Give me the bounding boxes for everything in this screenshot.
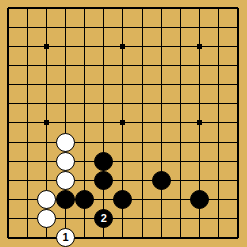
intersection-C11[interactable] bbox=[37, 37, 56, 56]
grid-line-vertical bbox=[103, 113, 104, 132]
intersection-F4[interactable] bbox=[94, 171, 113, 190]
intersection-M2[interactable] bbox=[209, 209, 228, 228]
grid-line-vertical bbox=[103, 37, 104, 56]
intersection-K7[interactable] bbox=[171, 113, 190, 132]
grid-line-vertical bbox=[199, 94, 200, 113]
grid-line-vertical bbox=[46, 228, 47, 238]
grid-line-vertical bbox=[237, 56, 239, 75]
intersection-G9[interactable] bbox=[113, 75, 132, 94]
grid-line-vertical bbox=[142, 8, 143, 18]
intersection-M1[interactable] bbox=[209, 228, 228, 247]
intersection-E9[interactable] bbox=[75, 75, 94, 94]
grid-line-vertical bbox=[122, 228, 123, 238]
black-stone-move-2[interactable]: 2 bbox=[94, 209, 113, 228]
intersection-B3[interactable] bbox=[18, 190, 37, 209]
intersection-J12[interactable] bbox=[152, 18, 171, 37]
intersection-H4[interactable] bbox=[133, 171, 152, 190]
grid-line-vertical bbox=[122, 18, 123, 37]
intersection-D13[interactable] bbox=[56, 0, 75, 18]
grid-line-vertical bbox=[103, 75, 104, 94]
grid-line-vertical bbox=[218, 8, 219, 18]
intersection-B6[interactable] bbox=[18, 133, 37, 152]
black-stone[interactable] bbox=[94, 171, 113, 190]
intersection-E13[interactable] bbox=[75, 0, 94, 18]
grid-line-vertical bbox=[7, 190, 9, 209]
grid-line-vertical bbox=[161, 94, 162, 113]
intersection-L2[interactable] bbox=[190, 209, 209, 228]
intersection-A7[interactable] bbox=[0, 113, 18, 132]
grid-line-vertical bbox=[180, 75, 181, 94]
grid-line-vertical bbox=[27, 209, 28, 228]
grid-line-vertical bbox=[84, 56, 85, 75]
grid-line-vertical bbox=[180, 113, 181, 132]
intersection-L13[interactable] bbox=[190, 0, 209, 18]
intersection-H10[interactable] bbox=[133, 56, 152, 75]
grid-line-vertical bbox=[7, 75, 9, 94]
grid-line-vertical bbox=[7, 152, 9, 171]
grid-line-vertical bbox=[27, 94, 28, 113]
intersection-J10[interactable] bbox=[152, 56, 171, 75]
intersection-D2[interactable] bbox=[56, 209, 75, 228]
intersection-J5[interactable] bbox=[152, 152, 171, 171]
intersection-B2[interactable] bbox=[18, 209, 37, 228]
intersection-A5[interactable] bbox=[0, 152, 18, 171]
black-stone[interactable] bbox=[152, 171, 171, 190]
white-stone-move-1[interactable]: 1 bbox=[56, 228, 75, 247]
intersection-G3[interactable] bbox=[113, 190, 132, 209]
intersection-A2[interactable] bbox=[0, 209, 18, 228]
intersection-L5[interactable] bbox=[190, 152, 209, 171]
intersection-B8[interactable] bbox=[18, 94, 37, 113]
white-stone[interactable] bbox=[56, 133, 75, 152]
intersection-C2[interactable] bbox=[37, 209, 56, 228]
grid-line-vertical bbox=[142, 56, 143, 75]
intersection-K1[interactable] bbox=[171, 228, 190, 247]
intersection-C8[interactable] bbox=[37, 94, 56, 113]
intersection-E10[interactable] bbox=[75, 56, 94, 75]
intersection-H3[interactable] bbox=[133, 190, 152, 209]
white-stone[interactable] bbox=[37, 209, 56, 228]
intersection-F7[interactable] bbox=[94, 113, 113, 132]
intersection-M13[interactable] bbox=[209, 0, 228, 18]
grid-line-vertical bbox=[103, 94, 104, 113]
grid-line-vertical bbox=[27, 228, 28, 238]
grid-line-vertical bbox=[161, 152, 162, 171]
grid-line-vertical bbox=[218, 37, 219, 56]
grid-line-vertical bbox=[199, 8, 200, 18]
grid-line-vertical bbox=[27, 171, 28, 190]
intersection-K12[interactable] bbox=[171, 18, 190, 37]
intersection-H11[interactable] bbox=[133, 37, 152, 56]
intersection-C4[interactable] bbox=[37, 171, 56, 190]
intersection-N4[interactable] bbox=[228, 171, 247, 190]
grid-line-vertical bbox=[27, 152, 28, 171]
intersection-H7[interactable] bbox=[133, 113, 152, 132]
intersection-N13[interactable] bbox=[228, 0, 247, 18]
grid-line-vertical bbox=[65, 113, 66, 132]
intersection-J9[interactable] bbox=[152, 75, 171, 94]
intersection-H6[interactable] bbox=[133, 133, 152, 152]
intersection-E5[interactable] bbox=[75, 152, 94, 171]
intersection-A1[interactable] bbox=[0, 228, 18, 247]
grid-line-vertical bbox=[84, 113, 85, 132]
intersection-M4[interactable] bbox=[209, 171, 228, 190]
intersection-K10[interactable] bbox=[171, 56, 190, 75]
grid-line-vertical bbox=[199, 75, 200, 94]
grid-line-vertical bbox=[199, 228, 200, 238]
intersection-L9[interactable] bbox=[190, 75, 209, 94]
black-stone[interactable] bbox=[94, 152, 113, 171]
grid-line-vertical bbox=[180, 133, 181, 152]
intersection-A11[interactable] bbox=[0, 37, 18, 56]
intersection-F13[interactable] bbox=[94, 0, 113, 18]
intersection-B1[interactable] bbox=[18, 228, 37, 247]
grid-line-horizontal bbox=[8, 237, 18, 239]
intersection-D8[interactable] bbox=[56, 94, 75, 113]
grid-line-vertical bbox=[142, 190, 143, 209]
grid-line-horizontal bbox=[8, 161, 18, 162]
intersection-B7[interactable] bbox=[18, 113, 37, 132]
grid-line-vertical bbox=[161, 190, 162, 209]
intersection-J4[interactable] bbox=[152, 171, 171, 190]
grid-line-vertical bbox=[84, 37, 85, 56]
intersection-M3[interactable] bbox=[209, 190, 228, 209]
grid-line-vertical bbox=[237, 113, 239, 132]
grid-line-vertical bbox=[237, 133, 239, 152]
grid-line-vertical bbox=[46, 18, 47, 37]
grid-line-vertical bbox=[142, 228, 143, 238]
intersection-G11[interactable] bbox=[113, 37, 132, 56]
grid-line-vertical bbox=[237, 190, 239, 209]
intersection-H12[interactable] bbox=[133, 18, 152, 37]
grid-line-vertical bbox=[142, 171, 143, 190]
grid-line-vertical bbox=[218, 228, 219, 238]
intersection-M9[interactable] bbox=[209, 75, 228, 94]
intersection-N1[interactable] bbox=[228, 228, 247, 247]
intersection-N10[interactable] bbox=[228, 56, 247, 75]
intersection-J13[interactable] bbox=[152, 0, 171, 18]
intersection-G10[interactable] bbox=[113, 56, 132, 75]
intersection-L6[interactable] bbox=[190, 133, 209, 152]
intersection-J2[interactable] bbox=[152, 209, 171, 228]
grid-line-horizontal bbox=[8, 122, 18, 123]
grid-line-vertical bbox=[180, 190, 181, 209]
intersection-A3[interactable] bbox=[0, 190, 18, 209]
grid-line-vertical bbox=[27, 133, 28, 152]
intersection-K8[interactable] bbox=[171, 94, 190, 113]
intersection-F9[interactable] bbox=[94, 75, 113, 94]
intersection-C7[interactable] bbox=[37, 113, 56, 132]
grid-line-vertical bbox=[27, 18, 28, 37]
intersection-N8[interactable] bbox=[228, 94, 247, 113]
grid-line-horizontal bbox=[8, 199, 18, 200]
intersection-A13[interactable] bbox=[0, 0, 18, 18]
intersection-N7[interactable] bbox=[228, 113, 247, 132]
intersection-N11[interactable] bbox=[228, 37, 247, 56]
intersection-B12[interactable] bbox=[18, 18, 37, 37]
intersection-G5[interactable] bbox=[113, 152, 132, 171]
grid-line-vertical bbox=[27, 8, 28, 18]
intersection-C6[interactable] bbox=[37, 133, 56, 152]
intersection-E8[interactable] bbox=[75, 94, 94, 113]
intersection-F6[interactable] bbox=[94, 133, 113, 152]
hoshi-point bbox=[197, 120, 202, 125]
black-stone[interactable] bbox=[190, 190, 209, 209]
intersection-M10[interactable] bbox=[209, 56, 228, 75]
grid-line-vertical bbox=[161, 56, 162, 75]
intersection-N2[interactable] bbox=[228, 209, 247, 228]
go-board-diagram: 21 bbox=[0, 0, 247, 247]
hoshi-point bbox=[120, 120, 125, 125]
intersection-L7[interactable] bbox=[190, 113, 209, 132]
intersection-F11[interactable] bbox=[94, 37, 113, 56]
grid-line-vertical bbox=[65, 8, 66, 18]
intersection-L8[interactable] bbox=[190, 94, 209, 113]
grid-line-vertical bbox=[218, 75, 219, 94]
grid-line-vertical bbox=[161, 75, 162, 94]
intersection-G6[interactable] bbox=[113, 133, 132, 152]
grid-line-vertical bbox=[46, 152, 47, 171]
grid-line-vertical bbox=[142, 75, 143, 94]
grid-line-vertical bbox=[218, 94, 219, 113]
intersection-G8[interactable] bbox=[113, 94, 132, 113]
intersection-A8[interactable] bbox=[0, 94, 18, 113]
intersection-N5[interactable] bbox=[228, 152, 247, 171]
grid-line-vertical bbox=[84, 171, 85, 190]
white-stone[interactable] bbox=[56, 152, 75, 171]
intersection-M12[interactable] bbox=[209, 18, 228, 37]
intersection-L11[interactable] bbox=[190, 37, 209, 56]
intersection-E11[interactable] bbox=[75, 37, 94, 56]
black-stone[interactable] bbox=[56, 190, 75, 209]
grid-line-vertical bbox=[27, 75, 28, 94]
intersection-H2[interactable] bbox=[133, 209, 152, 228]
grid-line-vertical bbox=[218, 209, 219, 228]
intersection-F12[interactable] bbox=[94, 18, 113, 37]
intersection-G7[interactable] bbox=[113, 113, 132, 132]
intersection-G4[interactable] bbox=[113, 171, 132, 190]
grid-line-vertical bbox=[180, 56, 181, 75]
intersection-K13[interactable] bbox=[171, 0, 190, 18]
grid-line-vertical bbox=[46, 171, 47, 190]
grid-line-vertical bbox=[46, 75, 47, 94]
intersection-L10[interactable] bbox=[190, 56, 209, 75]
grid-line-vertical bbox=[84, 228, 85, 238]
intersection-B13[interactable] bbox=[18, 0, 37, 18]
intersection-D7[interactable] bbox=[56, 113, 75, 132]
intersection-A12[interactable] bbox=[0, 18, 18, 37]
intersection-N9[interactable] bbox=[228, 75, 247, 94]
grid-line-vertical bbox=[237, 94, 239, 113]
grid-line-horizontal bbox=[8, 27, 18, 28]
intersection-A10[interactable] bbox=[0, 56, 18, 75]
intersection-A6[interactable] bbox=[0, 133, 18, 152]
intersection-C13[interactable] bbox=[37, 0, 56, 18]
intersection-C1[interactable] bbox=[37, 228, 56, 247]
grid-line-vertical bbox=[218, 18, 219, 37]
intersection-F1[interactable] bbox=[94, 228, 113, 247]
grid-line-vertical bbox=[122, 56, 123, 75]
intersection-N3[interactable] bbox=[228, 190, 247, 209]
grid-line-vertical bbox=[218, 190, 219, 209]
intersection-F5[interactable] bbox=[94, 152, 113, 171]
grid-line-vertical bbox=[142, 209, 143, 228]
grid-line-vertical bbox=[103, 228, 104, 238]
white-stone[interactable] bbox=[37, 190, 56, 209]
grid-line-vertical bbox=[199, 171, 200, 190]
black-stone[interactable] bbox=[113, 190, 132, 209]
grid-line-vertical bbox=[103, 56, 104, 75]
intersection-K2[interactable] bbox=[171, 209, 190, 228]
intersection-B9[interactable] bbox=[18, 75, 37, 94]
hoshi-point bbox=[44, 44, 49, 49]
grid-line-vertical bbox=[84, 94, 85, 113]
grid-line-vertical bbox=[7, 133, 9, 152]
grid-line-vertical bbox=[103, 18, 104, 37]
white-stone[interactable] bbox=[56, 171, 75, 190]
intersection-A9[interactable] bbox=[0, 75, 18, 94]
grid-line-vertical bbox=[199, 133, 200, 152]
grid-line-vertical bbox=[218, 56, 219, 75]
intersection-J11[interactable] bbox=[152, 37, 171, 56]
intersection-D10[interactable] bbox=[56, 56, 75, 75]
grid-line-vertical bbox=[7, 37, 9, 56]
grid-line-horizontal bbox=[8, 65, 18, 66]
intersection-G12[interactable] bbox=[113, 18, 132, 37]
intersection-L1[interactable] bbox=[190, 228, 209, 247]
grid-line-vertical bbox=[199, 152, 200, 171]
intersection-E4[interactable] bbox=[75, 171, 94, 190]
intersection-L4[interactable] bbox=[190, 171, 209, 190]
intersection-B11[interactable] bbox=[18, 37, 37, 56]
intersection-E12[interactable] bbox=[75, 18, 94, 37]
intersection-H8[interactable] bbox=[133, 94, 152, 113]
intersection-C5[interactable] bbox=[37, 152, 56, 171]
grid-line-vertical bbox=[7, 8, 9, 18]
grid-line-vertical bbox=[218, 133, 219, 152]
intersection-D1[interactable]: 1 bbox=[56, 228, 75, 247]
intersection-M5[interactable] bbox=[209, 152, 228, 171]
grid-line-vertical bbox=[161, 228, 162, 238]
grid-line-horizontal bbox=[8, 180, 18, 181]
grid-line-vertical bbox=[180, 171, 181, 190]
grid-line-vertical bbox=[65, 209, 66, 228]
intersection-J7[interactable] bbox=[152, 113, 171, 132]
grid-line-vertical bbox=[161, 133, 162, 152]
intersection-F2[interactable]: 2 bbox=[94, 209, 113, 228]
intersection-N12[interactable] bbox=[228, 18, 247, 37]
intersection-H13[interactable] bbox=[133, 0, 152, 18]
grid-line-vertical bbox=[84, 75, 85, 94]
intersection-J8[interactable] bbox=[152, 94, 171, 113]
grid-line-vertical bbox=[122, 133, 123, 152]
intersection-M8[interactable] bbox=[209, 94, 228, 113]
intersection-N6[interactable] bbox=[228, 133, 247, 152]
grid-line-vertical bbox=[65, 18, 66, 37]
grid-line-vertical bbox=[122, 94, 123, 113]
grid-line-vertical bbox=[237, 18, 239, 37]
grid-line-vertical bbox=[142, 94, 143, 113]
intersection-K3[interactable] bbox=[171, 190, 190, 209]
intersection-H1[interactable] bbox=[133, 228, 152, 247]
grid-line-vertical bbox=[46, 56, 47, 75]
grid-line-vertical bbox=[237, 152, 239, 171]
intersection-D11[interactable] bbox=[56, 37, 75, 56]
intersection-B10[interactable] bbox=[18, 56, 37, 75]
intersection-D6[interactable] bbox=[56, 133, 75, 152]
intersection-C10[interactable] bbox=[37, 56, 56, 75]
grid-line-vertical bbox=[122, 152, 123, 171]
intersection-D5[interactable] bbox=[56, 152, 75, 171]
grid-line-vertical bbox=[142, 113, 143, 132]
intersection-K5[interactable] bbox=[171, 152, 190, 171]
intersection-M6[interactable] bbox=[209, 133, 228, 152]
intersection-C9[interactable] bbox=[37, 75, 56, 94]
intersection-E1[interactable] bbox=[75, 228, 94, 247]
intersection-B5[interactable] bbox=[18, 152, 37, 171]
intersection-K4[interactable] bbox=[171, 171, 190, 190]
go-board: 21 bbox=[0, 0, 247, 247]
grid-line-vertical bbox=[27, 56, 28, 75]
intersection-J6[interactable] bbox=[152, 133, 171, 152]
intersection-D9[interactable] bbox=[56, 75, 75, 94]
intersection-M11[interactable] bbox=[209, 37, 228, 56]
intersection-D4[interactable] bbox=[56, 171, 75, 190]
intersection-E2[interactable] bbox=[75, 209, 94, 228]
grid-line-vertical bbox=[237, 37, 239, 56]
intersection-D12[interactable] bbox=[56, 18, 75, 37]
intersection-C3[interactable] bbox=[37, 190, 56, 209]
intersection-F8[interactable] bbox=[94, 94, 113, 113]
intersection-J1[interactable] bbox=[152, 228, 171, 247]
intersection-F3[interactable] bbox=[94, 190, 113, 209]
grid-line-horizontal bbox=[8, 46, 18, 47]
intersection-A4[interactable] bbox=[0, 171, 18, 190]
intersection-K6[interactable] bbox=[171, 133, 190, 152]
grid-line-vertical bbox=[237, 209, 239, 228]
intersection-E6[interactable] bbox=[75, 133, 94, 152]
grid-line-vertical bbox=[122, 209, 123, 228]
grid-line-horizontal bbox=[8, 142, 18, 143]
intersection-D3[interactable] bbox=[56, 190, 75, 209]
grid-line-horizontal bbox=[8, 103, 18, 104]
grid-line-vertical bbox=[180, 152, 181, 171]
grid-line-vertical bbox=[180, 209, 181, 228]
intersection-B4[interactable] bbox=[18, 171, 37, 190]
grid-line-vertical bbox=[161, 18, 162, 37]
intersection-H9[interactable] bbox=[133, 75, 152, 94]
intersection-E7[interactable] bbox=[75, 113, 94, 132]
intersection-M7[interactable] bbox=[209, 113, 228, 132]
intersection-L3[interactable] bbox=[190, 190, 209, 209]
grid-line-vertical bbox=[199, 18, 200, 37]
intersection-H5[interactable] bbox=[133, 152, 152, 171]
black-stone[interactable] bbox=[75, 190, 94, 209]
intersection-G1[interactable] bbox=[113, 228, 132, 247]
intersection-K9[interactable] bbox=[171, 75, 190, 94]
intersection-G13[interactable] bbox=[113, 0, 132, 18]
grid-line-vertical bbox=[161, 8, 162, 18]
intersection-G2[interactable] bbox=[113, 209, 132, 228]
intersection-K11[interactable] bbox=[171, 37, 190, 56]
intersection-C12[interactable] bbox=[37, 18, 56, 37]
intersection-J3[interactable] bbox=[152, 190, 171, 209]
intersection-L12[interactable] bbox=[190, 18, 209, 37]
grid-line-vertical bbox=[237, 171, 239, 190]
grid-line-vertical bbox=[142, 133, 143, 152]
intersection-E3[interactable] bbox=[75, 190, 94, 209]
intersection-F10[interactable] bbox=[94, 56, 113, 75]
